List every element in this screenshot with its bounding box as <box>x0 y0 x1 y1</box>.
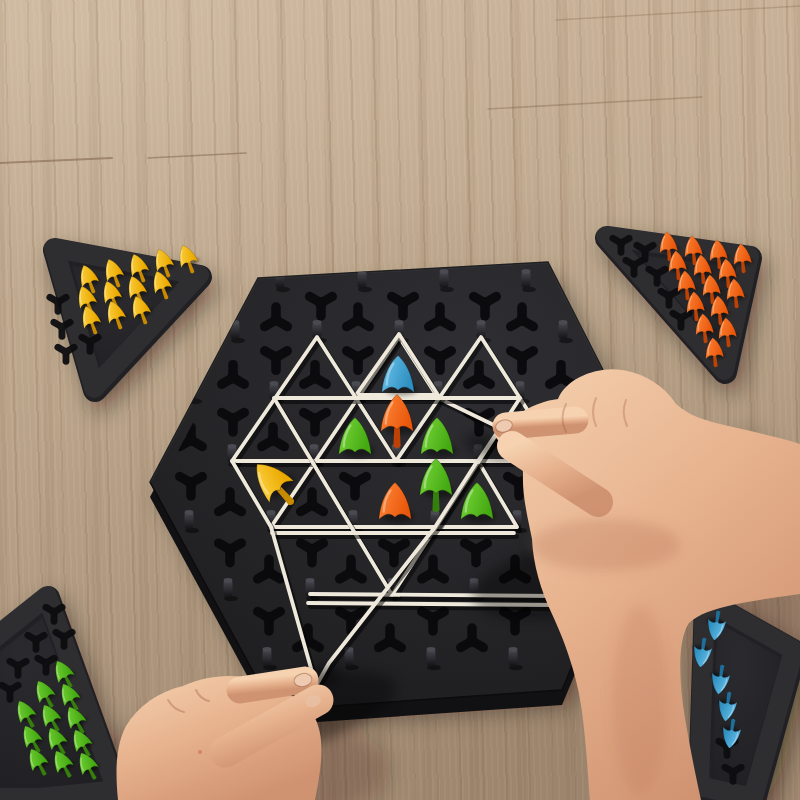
triggle-photo <box>0 0 800 800</box>
left-hand <box>117 672 323 800</box>
peg[interactable] <box>146 444 161 467</box>
tray-green <box>0 596 118 800</box>
rubber-band-base-second-strand[interactable] <box>272 533 517 537</box>
tray-yellow <box>50 242 203 390</box>
y-socket-hole <box>58 347 74 361</box>
tray-orange <box>606 231 754 372</box>
tabletop <box>0 0 800 800</box>
